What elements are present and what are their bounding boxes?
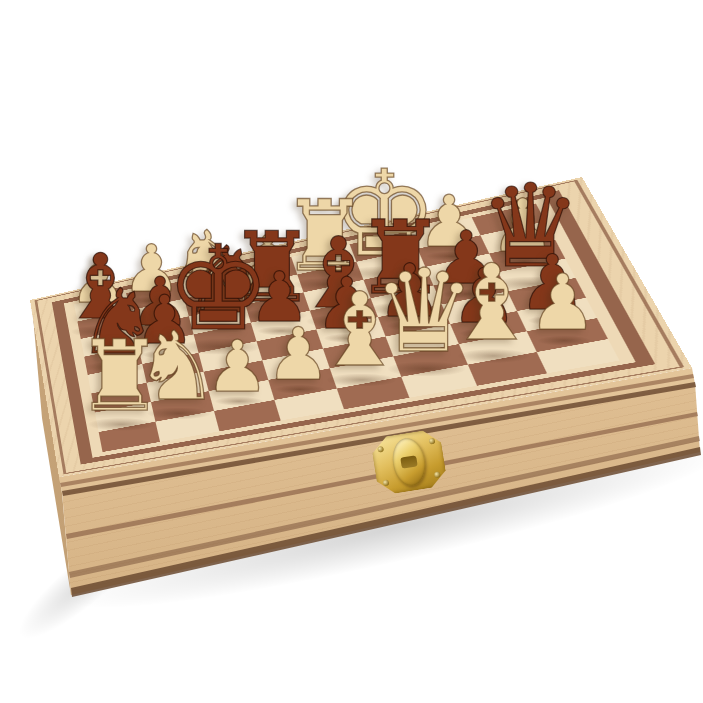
brass-clasp [370,428,448,496]
product-photo-stage: ♟♟♝♞♟♜♚♟♟♞♜♟♞♟♚♟♝♜♟♛♟♟♟♟♜♞♟♟♝♛♝♟ [0,0,703,703]
chess-board-lid [30,177,692,477]
box-left-shadow [6,511,165,654]
